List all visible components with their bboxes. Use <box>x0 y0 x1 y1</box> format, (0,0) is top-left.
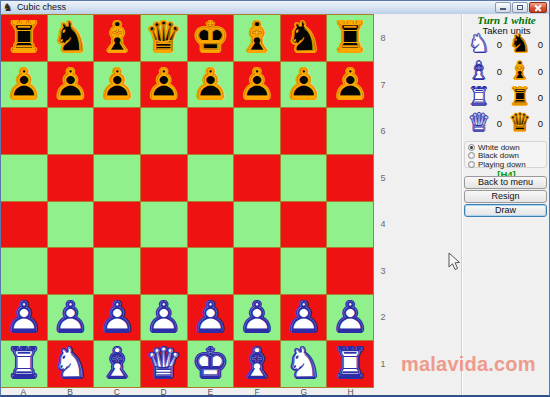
square-e3[interactable] <box>188 248 234 294</box>
square-h5[interactable] <box>327 155 373 201</box>
square-h7[interactable]: ♟♙ <box>327 62 373 108</box>
taken-row-knights: ♞♘ 0 ♞♘ 0 <box>463 31 550 57</box>
square-h1[interactable]: ♜♖ <box>327 341 373 387</box>
file-labels: ABCDEFGH <box>0 388 374 397</box>
file-label-h: H <box>327 388 374 397</box>
minimize-icon[interactable] <box>495 2 511 13</box>
file-label-e: E <box>187 388 234 397</box>
window-title: Cubic chess <box>17 2 66 12</box>
black-pawn-piece[interactable]: ♟♙ <box>234 62 280 108</box>
square-f7[interactable]: ♟♙ <box>234 62 280 108</box>
white-pawn-piece[interactable]: ♟♙ <box>94 295 140 341</box>
file-label-b: B <box>47 388 94 397</box>
square-a4[interactable] <box>1 202 47 248</box>
square-b5[interactable] <box>48 155 94 201</box>
white-knight-icon: ♞♘ <box>466 31 493 57</box>
side-panel: Turn 1 white Taken units ♞♘ 0 ♞♘ 0 ♝♗ 0 … <box>463 14 550 397</box>
square-e8[interactable]: ♚♔ <box>188 15 234 61</box>
black-rooks-taken-count: 0 <box>534 92 548 103</box>
rank-label-7: 7 <box>374 62 392 109</box>
square-a5[interactable] <box>1 155 47 201</box>
black-pawn-piece[interactable]: ♟♙ <box>141 62 187 108</box>
square-f1[interactable]: ♝♗ <box>234 341 280 387</box>
square-c6[interactable] <box>94 108 140 154</box>
radio-white-down[interactable]: White down <box>468 143 546 151</box>
white-pawn-piece[interactable]: ♟♙ <box>48 295 94 341</box>
square-b2[interactable]: ♟♙ <box>48 295 94 341</box>
rank-label-1: 1 <box>374 341 392 388</box>
square-c1[interactable]: ♝♗ <box>94 341 140 387</box>
radio-black-down-circle[interactable] <box>468 152 475 159</box>
view-options-group: White down Black down Playing down <box>464 141 547 168</box>
maximize-icon[interactable] <box>512 2 528 13</box>
square-b8[interactable]: ♞♘ <box>48 15 94 61</box>
white-queen-icon: ♛♕ <box>466 110 493 136</box>
white-pawn-piece[interactable]: ♟♙ <box>234 295 280 341</box>
file-label-c: C <box>94 388 141 397</box>
square-g3[interactable] <box>281 248 327 294</box>
square-h3[interactable] <box>327 248 373 294</box>
black-king-piece[interactable]: ♚♔ <box>188 15 234 61</box>
square-c7[interactable]: ♟♙ <box>94 62 140 108</box>
black-queens-taken-count: 0 <box>534 118 548 129</box>
chess-board: ♜♖♞♘♝♗♛♕♚♔♝♗♞♘♜♖♟♙♟♙♟♙♟♙♟♙♟♙♟♙♟♙♟♙♟♙♟♙♟♙… <box>0 14 374 388</box>
square-g7[interactable]: ♟♙ <box>281 62 327 108</box>
radio-white-down-circle[interactable] <box>468 144 475 151</box>
square-c3[interactable] <box>94 248 140 294</box>
black-knight-icon: ♞♘ <box>507 31 534 57</box>
rank-label-6: 6 <box>374 108 392 155</box>
black-knight-piece[interactable]: ♞♘ <box>281 15 327 61</box>
white-king-piece[interactable]: ♚♔ <box>188 341 234 387</box>
white-pawn-piece[interactable]: ♟♙ <box>281 295 327 341</box>
square-a7[interactable]: ♟♙ <box>1 62 47 108</box>
square-d5[interactable] <box>141 155 187 201</box>
square-a8[interactable]: ♜♖ <box>1 15 47 61</box>
white-pawn-piece[interactable]: ♟♙ <box>141 295 187 341</box>
square-b6[interactable] <box>48 108 94 154</box>
draw-button[interactable]: Draw <box>464 204 547 217</box>
black-pawn-piece[interactable]: ♟♙ <box>1 62 47 108</box>
rank-label-5: 5 <box>374 155 392 202</box>
black-queen-piece[interactable]: ♛♕ <box>141 15 187 61</box>
square-c5[interactable] <box>94 155 140 201</box>
white-rook-piece[interactable]: ♜♖ <box>1 341 47 387</box>
radio-playing-down-circle[interactable] <box>468 161 475 168</box>
square-e5[interactable] <box>188 155 234 201</box>
white-bishop-piece[interactable]: ♝♗ <box>94 341 140 387</box>
black-rook-piece[interactable]: ♜♖ <box>1 15 47 61</box>
square-g4[interactable] <box>281 202 327 248</box>
square-b3[interactable] <box>48 248 94 294</box>
white-bishop-piece[interactable]: ♝♗ <box>234 341 280 387</box>
white-queen-piece[interactable]: ♛♕ <box>141 341 187 387</box>
square-g8[interactable]: ♞♘ <box>281 15 327 61</box>
black-pawn-piece[interactable]: ♟♙ <box>327 62 373 108</box>
square-e1[interactable]: ♚♔ <box>188 341 234 387</box>
white-knight-piece[interactable]: ♞♘ <box>281 341 327 387</box>
square-h8[interactable]: ♜♖ <box>327 15 373 61</box>
file-label-g: G <box>281 388 328 397</box>
white-knight-piece[interactable]: ♞♘ <box>48 341 94 387</box>
square-f2[interactable]: ♟♙ <box>234 295 280 341</box>
square-e6[interactable] <box>188 108 234 154</box>
close-icon[interactable] <box>529 2 547 13</box>
square-g5[interactable] <box>281 155 327 201</box>
white-rook-piece[interactable]: ♜♖ <box>327 341 373 387</box>
white-bishop-icon: ♝♗ <box>466 58 493 84</box>
radio-playing-down[interactable]: Playing down <box>468 160 546 168</box>
white-pawn-piece[interactable]: ♟♙ <box>188 295 234 341</box>
white-bishops-taken-count: 0 <box>493 66 507 77</box>
black-knight-piece[interactable]: ♞♘ <box>48 15 94 61</box>
square-e2[interactable]: ♟♙ <box>188 295 234 341</box>
square-h4[interactable] <box>327 202 373 248</box>
square-g6[interactable] <box>281 108 327 154</box>
square-f5[interactable] <box>234 155 280 201</box>
square-f3[interactable] <box>234 248 280 294</box>
black-knights-taken-count: 0 <box>534 39 548 50</box>
black-pawn-piece[interactable]: ♟♙ <box>188 62 234 108</box>
black-bishops-taken-count: 0 <box>534 66 548 77</box>
square-g1[interactable]: ♞♘ <box>281 341 327 387</box>
square-h6[interactable] <box>327 108 373 154</box>
square-a3[interactable] <box>1 248 47 294</box>
black-bishop-icon: ♝♗ <box>507 58 534 84</box>
cubic-chess-window: ♞ Cubic chess ♜♖♞♘♝♗♛♕♚♔♝♗♞♘♜♖♟♙♟♙♟♙♟♙♟♙… <box>0 0 550 397</box>
square-c2[interactable]: ♟♙ <box>94 295 140 341</box>
square-d7[interactable]: ♟♙ <box>141 62 187 108</box>
square-d8[interactable]: ♛♕ <box>141 15 187 61</box>
black-pawn-piece[interactable]: ♟♙ <box>281 62 327 108</box>
black-pawn-piece[interactable]: ♟♙ <box>94 62 140 108</box>
taken-row-bishops: ♝♗ 0 ♝♗ 0 <box>463 58 550 84</box>
white-queens-taken-count: 0 <box>493 118 507 129</box>
black-pawn-piece[interactable]: ♟♙ <box>48 62 94 108</box>
square-f4[interactable] <box>234 202 280 248</box>
black-rook-icon: ♜♖ <box>507 84 534 110</box>
square-c8[interactable]: ♝♗ <box>94 15 140 61</box>
back-to-menu-button[interactable]: Back to menu <box>464 176 547 189</box>
taken-row-queens: ♛♕ 0 ♛♕ 0 <box>463 110 550 136</box>
square-b1[interactable]: ♞♘ <box>48 341 94 387</box>
watermark: malavida.com <box>401 353 546 376</box>
square-e4[interactable] <box>188 202 234 248</box>
white-pawn-piece[interactable]: ♟♙ <box>327 295 373 341</box>
square-d6[interactable] <box>141 108 187 154</box>
square-d1[interactable]: ♛♕ <box>141 341 187 387</box>
file-label-d: D <box>140 388 187 397</box>
black-rook-piece[interactable]: ♜♖ <box>327 15 373 61</box>
square-e7[interactable]: ♟♙ <box>188 62 234 108</box>
square-f6[interactable] <box>234 108 280 154</box>
square-f8[interactable]: ♝♗ <box>234 15 280 61</box>
white-pawn-piece[interactable]: ♟♙ <box>1 295 47 341</box>
title-bar[interactable]: ♞ Cubic chess <box>0 0 550 14</box>
square-b4[interactable] <box>48 202 94 248</box>
black-queen-icon: ♛♕ <box>507 110 534 136</box>
file-label-f: F <box>234 388 281 397</box>
white-knights-taken-count: 0 <box>493 39 507 50</box>
square-b7[interactable]: ♟♙ <box>48 62 94 108</box>
square-c4[interactable] <box>94 202 140 248</box>
square-a2[interactable]: ♟♙ <box>1 295 47 341</box>
black-bishop-piece[interactable]: ♝♗ <box>234 15 280 61</box>
white-rook-icon: ♜♖ <box>466 84 493 110</box>
square-d3[interactable] <box>141 248 187 294</box>
square-d2[interactable]: ♟♙ <box>141 295 187 341</box>
square-a1[interactable]: ♜♖ <box>1 341 47 387</box>
white-rooks-taken-count: 0 <box>493 92 507 103</box>
black-bishop-piece[interactable]: ♝♗ <box>94 15 140 61</box>
radio-black-down[interactable]: Black down <box>468 152 546 160</box>
rank-label-8: 8 <box>374 15 392 62</box>
file-label-a: A <box>0 388 47 397</box>
resign-button[interactable]: Resign <box>464 190 547 203</box>
rank-label-2: 2 <box>374 294 392 341</box>
rank-label-3: 3 <box>374 248 392 295</box>
square-a6[interactable] <box>1 108 47 154</box>
square-d4[interactable] <box>141 202 187 248</box>
app-knight-icon: ♞ <box>3 2 13 13</box>
square-g2[interactable]: ♟♙ <box>281 295 327 341</box>
taken-row-rooks: ♜♖ 0 ♜♖ 0 <box>463 84 550 110</box>
rank-labels: 87654321 <box>374 15 392 387</box>
square-h2[interactable]: ♟♙ <box>327 295 373 341</box>
mouse-cursor <box>448 252 461 271</box>
rank-label-4: 4 <box>374 201 392 248</box>
